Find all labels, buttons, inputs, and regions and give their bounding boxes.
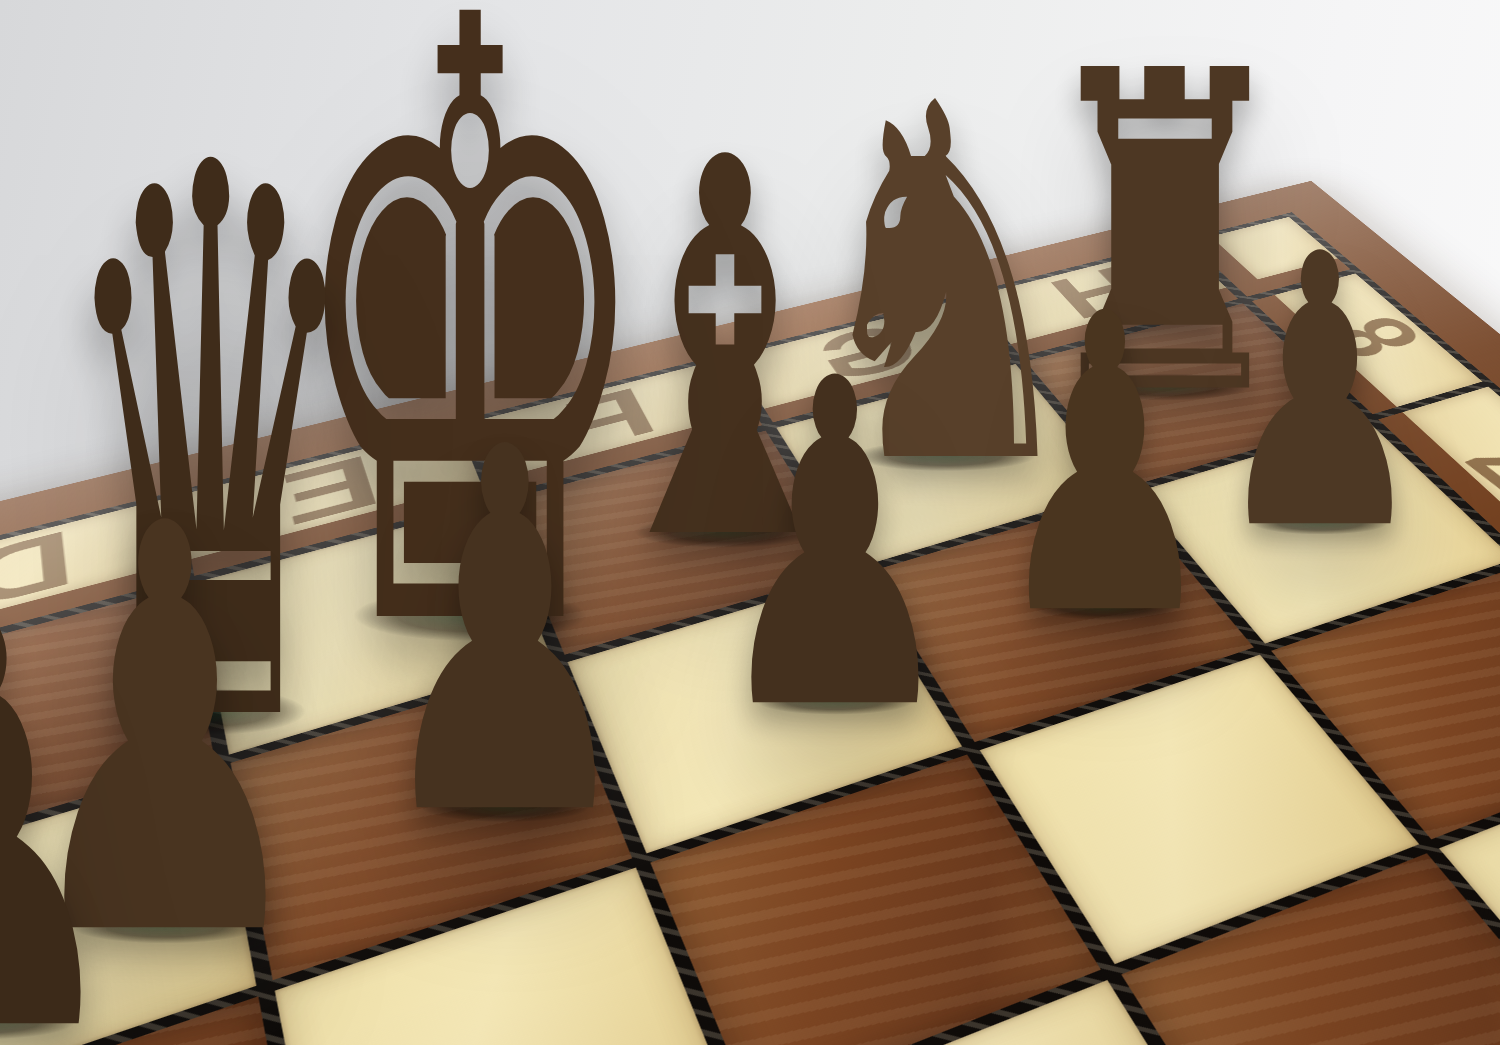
photo-stage: ABCDEFGH87654321 ♟♛♚♝♞♜♟♟♟♟♟ [0, 0, 1500, 1045]
pawn-glyph: ♟ [0, 549, 131, 1045]
pawn-glyph: ♟ [371, 384, 640, 884]
pawn-glyph: ♟ [1212, 206, 1427, 581]
pawn-glyph: ♟ [710, 321, 960, 771]
pawn-glyph: ♟ [991, 261, 1219, 671]
pieces-layer: ♟♛♚♝♞♜♟♟♟♟♟ [0, 0, 1500, 1045]
